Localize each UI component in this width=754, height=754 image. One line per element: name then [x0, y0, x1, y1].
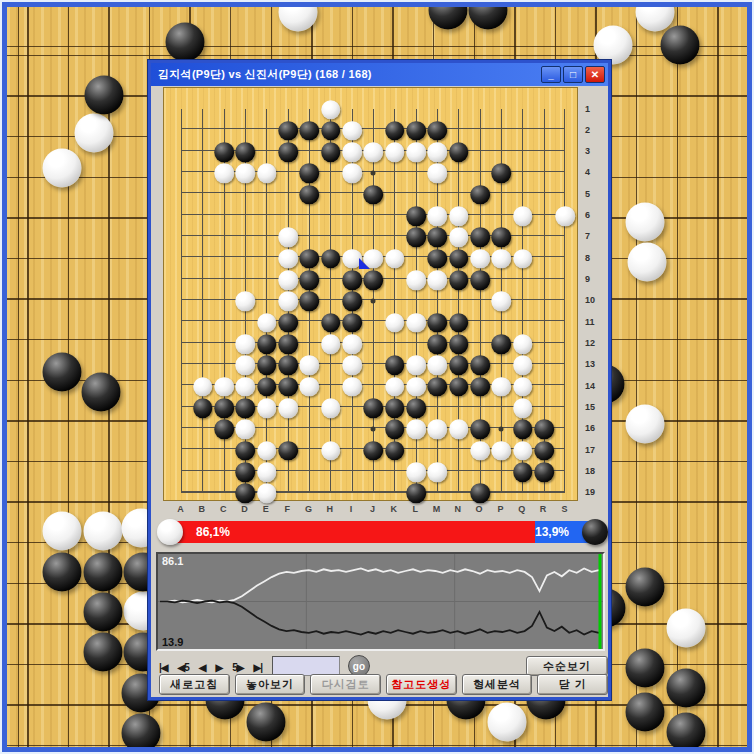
- black-stone-M14: [428, 377, 448, 397]
- white-stone-D13: [236, 356, 256, 376]
- white-stone-F9: [278, 270, 298, 290]
- background-white-stone: [43, 512, 82, 551]
- black-stone-G8: [300, 249, 320, 269]
- black-stone-N12: [449, 334, 469, 354]
- black-stone-G10: [300, 292, 320, 312]
- white-stone-P17: [492, 441, 512, 461]
- black-stone-H11: [321, 313, 341, 333]
- black-stone-L19: [406, 484, 426, 504]
- column-label-H: H: [327, 504, 334, 514]
- background-white-stone: [594, 26, 633, 65]
- white-stone-F15: [278, 398, 298, 418]
- minimize-button[interactable]: _: [541, 66, 561, 83]
- white-stone-K14: [385, 377, 405, 397]
- white-stone-M16: [428, 420, 448, 440]
- background-white-stone: [488, 703, 527, 742]
- black-stone-G9: [300, 270, 320, 290]
- black-stone-O19: [470, 484, 490, 504]
- white-stone-H1: [321, 100, 341, 120]
- nav-button-[interactable]: ▶: [215, 662, 222, 673]
- white-stone-I3: [342, 142, 362, 162]
- white-stone-Q15: [513, 398, 533, 418]
- black-stone-P7: [492, 228, 512, 248]
- black-stone-J17: [364, 441, 384, 461]
- background-white-stone: [43, 149, 82, 188]
- background-black-stone: [661, 26, 700, 65]
- white-stone-N16: [449, 420, 469, 440]
- white-stone-M13: [428, 356, 448, 376]
- row-label-16: 16: [585, 423, 595, 433]
- black-stone-M2: [428, 121, 448, 141]
- white-stone-J3: [364, 142, 384, 162]
- column-label-G: G: [305, 504, 312, 514]
- column-label-O: O: [476, 504, 483, 514]
- row-label-17: 17: [585, 445, 595, 455]
- black-stone-H3: [321, 142, 341, 162]
- black-stone-C15: [214, 398, 234, 418]
- white-stone-P8: [492, 249, 512, 269]
- background-black-stone: [469, 0, 508, 30]
- column-label-N: N: [455, 504, 462, 514]
- star-point: [499, 427, 504, 432]
- white-winrate-line: [160, 568, 599, 602]
- background-black-stone: [626, 693, 665, 732]
- winrate-bar-track: 86,1% 13,9%: [170, 521, 595, 543]
- screen: 김지석(P9단) vs 신진서(P9단) (168 / 168) _ □ ✕ A…: [0, 0, 754, 754]
- background-black-stone: [84, 553, 123, 592]
- black-winrate-line: [160, 601, 599, 635]
- black-stone-G4: [300, 164, 320, 184]
- row-label-8: 8: [585, 253, 590, 263]
- white-stone-P10: [492, 292, 512, 312]
- black-stone-B15: [193, 398, 213, 418]
- column-label-L: L: [412, 504, 418, 514]
- row-label-11: 11: [585, 317, 595, 327]
- row-label-1: 1: [585, 104, 590, 114]
- action-button-row: 새로고침놓아보기다시검토참고도생성형세분석닫 기: [159, 674, 608, 695]
- white-stone-K8: [385, 249, 405, 269]
- white-stone-I2: [342, 121, 362, 141]
- black-stone-K13: [385, 356, 405, 376]
- background-white-stone: [626, 405, 665, 444]
- black-stone-P4: [492, 164, 512, 184]
- white-stone-Q14: [513, 377, 533, 397]
- white-stone-Q12: [513, 334, 533, 354]
- row-label-14: 14: [585, 381, 595, 391]
- black-stone-D17: [236, 441, 256, 461]
- black-stone-E14: [257, 377, 277, 397]
- background-black-stone: [43, 553, 82, 592]
- white-stone-L16: [406, 420, 426, 440]
- row-label-5: 5: [585, 189, 590, 199]
- black-stone-O5: [470, 185, 490, 205]
- winrate-bar: 86,1% 13,9%: [157, 519, 608, 545]
- black-stone-E12: [257, 334, 277, 354]
- black-stone-D18: [236, 462, 256, 482]
- row-label-10: 10: [585, 295, 595, 305]
- nav-glyph-group: |◀◀5◀▶5▶▶|: [159, 657, 272, 675]
- black-stone-J9: [364, 270, 384, 290]
- row-label-7: 7: [585, 231, 590, 241]
- black-stone-O14: [470, 377, 490, 397]
- black-stone-N13: [449, 356, 469, 376]
- black-stone-K15: [385, 398, 405, 418]
- column-label-B: B: [199, 504, 206, 514]
- row-label-18: 18: [585, 466, 595, 476]
- black-stone-P12: [492, 334, 512, 354]
- black-stone-J15: [364, 398, 384, 418]
- white-stone-D14: [236, 377, 256, 397]
- black-stone-F3: [278, 142, 298, 162]
- black-stone-K16: [385, 420, 405, 440]
- nav-button-[interactable]: |◀: [159, 662, 168, 673]
- background-black-stone: [122, 714, 161, 753]
- black-stone-L7: [406, 228, 426, 248]
- row-label-12: 12: [585, 338, 595, 348]
- column-label-K: K: [391, 504, 398, 514]
- background-black-stone: [626, 568, 665, 607]
- white-stone-I12: [342, 334, 362, 354]
- white-stone-H17: [321, 441, 341, 461]
- column-label-C: C: [220, 504, 227, 514]
- background-black-stone: [667, 713, 706, 752]
- black-stone-Q18: [513, 462, 533, 482]
- black-stone-N14: [449, 377, 469, 397]
- white-stone-P14: [492, 377, 512, 397]
- white-stone-I13: [342, 356, 362, 376]
- column-label-M: M: [433, 504, 441, 514]
- black-stone-N8: [449, 249, 469, 269]
- game-review-dialog: 김지석(P9단) vs 신진서(P9단) (168 / 168) _ □ ✕ A…: [148, 60, 611, 700]
- black-stone-O7: [470, 228, 490, 248]
- white-stone-N6: [449, 206, 469, 226]
- star-point: [371, 171, 376, 176]
- column-label-S: S: [561, 504, 567, 514]
- black-stone-R16: [534, 420, 554, 440]
- action-button-5[interactable]: 형세분석: [462, 674, 533, 695]
- black-stone-O16: [470, 420, 490, 440]
- black-stone-F13: [278, 356, 298, 376]
- white-stone-M4: [428, 164, 448, 184]
- nav-button-[interactable]: ◀: [199, 662, 206, 673]
- background-black-stone: [84, 593, 123, 632]
- white-stone-Q6: [513, 206, 533, 226]
- background-white-stone: [279, 0, 318, 32]
- background-black-stone: [626, 649, 665, 688]
- column-label-I: I: [350, 504, 353, 514]
- white-stone-E4: [257, 164, 277, 184]
- black-stone-D19: [236, 484, 256, 504]
- white-stone-E15: [257, 398, 277, 418]
- background-black-stone: [84, 633, 123, 672]
- action-button-4[interactable]: 참고도생성: [386, 674, 457, 695]
- dialog-title: 김지석(P9단) vs 신진서(P9단) (168 / 168): [158, 67, 539, 82]
- column-label-E: E: [263, 504, 269, 514]
- move-list-button[interactable]: 수순보기: [526, 656, 608, 676]
- row-label-3: 3: [585, 146, 590, 156]
- white-stone-H15: [321, 398, 341, 418]
- close-button[interactable]: ✕: [585, 66, 605, 83]
- row-label-2: 2: [585, 125, 590, 135]
- white-stone-Q13: [513, 356, 533, 376]
- background-black-stone: [247, 703, 286, 742]
- action-button-3[interactable]: 다시검토: [310, 674, 381, 695]
- white-winrate-segment: 86,1%: [170, 521, 535, 543]
- background-white-stone: [667, 609, 706, 648]
- white-stone-D16: [236, 420, 256, 440]
- background-black-stone: [667, 669, 706, 708]
- white-stone-L3: [406, 142, 426, 162]
- row-label-9: 9: [585, 274, 590, 284]
- white-stone-E17: [257, 441, 277, 461]
- black-stone-L2: [406, 121, 426, 141]
- white-stone-K3: [385, 142, 405, 162]
- column-label-A: A: [177, 504, 184, 514]
- action-button-1[interactable]: 새로고침: [159, 674, 230, 695]
- winrate-graph: 86.1 13.9: [156, 552, 605, 651]
- black-stone-F11: [278, 313, 298, 333]
- black-stone-C16: [214, 420, 234, 440]
- column-label-P: P: [497, 504, 503, 514]
- graph-white-label: 86.1: [162, 555, 183, 567]
- winrate-graph-plot: [158, 554, 603, 649]
- white-stone-S6: [556, 206, 576, 226]
- black-stone-G5: [300, 185, 320, 205]
- white-stone-F10: [278, 292, 298, 312]
- go-board[interactable]: [163, 87, 578, 501]
- black-stone-O9: [470, 270, 490, 290]
- white-stone-E19: [257, 484, 277, 504]
- background-white-stone: [84, 512, 123, 551]
- black-stone-E13: [257, 356, 277, 376]
- black-stone-D3: [236, 142, 256, 162]
- background-black-stone: [429, 0, 468, 30]
- black-stone-F12: [278, 334, 298, 354]
- white-stone-L14: [406, 377, 426, 397]
- maximize-button[interactable]: □: [563, 66, 583, 83]
- background-black-stone: [43, 353, 82, 392]
- row-label-19: 19: [585, 487, 595, 497]
- last-move-triangle-marker: [359, 258, 370, 269]
- white-stone-D12: [236, 334, 256, 354]
- white-stone-O17: [470, 441, 490, 461]
- white-stone-I14: [342, 377, 362, 397]
- black-stone-L15: [406, 398, 426, 418]
- black-stone-N11: [449, 313, 469, 333]
- white-stone-B14: [193, 377, 213, 397]
- action-button-2[interactable]: 놓아보기: [235, 674, 306, 695]
- move-number-input[interactable]: [272, 656, 340, 676]
- white-stone-H12: [321, 334, 341, 354]
- row-label-4: 4: [585, 167, 590, 177]
- white-stone-D4: [236, 164, 256, 184]
- white-stone-M9: [428, 270, 448, 290]
- white-stone-L13: [406, 356, 426, 376]
- dialog-titlebar[interactable]: 김지석(P9단) vs 신진서(P9단) (168 / 168) _ □ ✕: [151, 63, 608, 86]
- black-stone-J5: [364, 185, 384, 205]
- nav-button-[interactable]: ▶|: [253, 662, 262, 673]
- background-black-stone: [85, 76, 124, 115]
- nav-button-5[interactable]: ◀5: [178, 662, 189, 673]
- column-label-D: D: [241, 504, 248, 514]
- black-stone-R18: [534, 462, 554, 482]
- white-stone-L9: [406, 270, 426, 290]
- white-stone-icon: [157, 519, 183, 545]
- background-white-stone: [628, 243, 667, 282]
- black-stone-N9: [449, 270, 469, 290]
- black-stone-Q16: [513, 420, 533, 440]
- white-stone-Q8: [513, 249, 533, 269]
- background-white-stone: [75, 114, 114, 153]
- star-point: [371, 427, 376, 432]
- black-stone-H8: [321, 249, 341, 269]
- black-stone-D15: [236, 398, 256, 418]
- white-stone-O8: [470, 249, 490, 269]
- black-stone-H2: [321, 121, 341, 141]
- nav-button-5[interactable]: 5▶: [232, 662, 243, 673]
- background-white-stone: [636, 0, 675, 32]
- white-stone-F7: [278, 228, 298, 248]
- black-stone-K17: [385, 441, 405, 461]
- white-stone-F8: [278, 249, 298, 269]
- black-stone-M11: [428, 313, 448, 333]
- white-stone-Q17: [513, 441, 533, 461]
- white-stone-I4: [342, 164, 362, 184]
- white-stone-D10: [236, 292, 256, 312]
- action-button-6[interactable]: 닫 기: [537, 674, 608, 695]
- black-stone-I10: [342, 292, 362, 312]
- column-label-R: R: [540, 504, 547, 514]
- white-stone-C4: [214, 164, 234, 184]
- background-black-stone: [82, 373, 121, 412]
- white-stone-M3: [428, 142, 448, 162]
- black-stone-F14: [278, 377, 298, 397]
- black-stone-I9: [342, 270, 362, 290]
- white-stone-N7: [449, 228, 469, 248]
- white-stone-L11: [406, 313, 426, 333]
- white-stone-K11: [385, 313, 405, 333]
- background-white-stone: [626, 203, 665, 242]
- black-stone-O13: [470, 356, 490, 376]
- black-stone-I11: [342, 313, 362, 333]
- star-point: [371, 299, 376, 304]
- white-stone-M6: [428, 206, 448, 226]
- black-stone-G2: [300, 121, 320, 141]
- column-label-Q: Q: [518, 504, 525, 514]
- white-stone-G13: [300, 356, 320, 376]
- row-label-13: 13: [585, 359, 595, 369]
- white-stone-L18: [406, 462, 426, 482]
- column-label-J: J: [370, 504, 375, 514]
- black-stone-M7: [428, 228, 448, 248]
- black-stone-icon: [582, 519, 608, 545]
- white-stone-E11: [257, 313, 277, 333]
- white-stone-C14: [214, 377, 234, 397]
- black-stone-M12: [428, 334, 448, 354]
- white-stone-G14: [300, 377, 320, 397]
- row-label-6: 6: [585, 210, 590, 220]
- board-panel: ABCDEFGHIJKLMNOPQRS 12345678910111213141…: [163, 87, 603, 518]
- black-stone-N3: [449, 142, 469, 162]
- black-stone-M8: [428, 249, 448, 269]
- column-label-F: F: [284, 504, 290, 514]
- white-stone-E18: [257, 462, 277, 482]
- black-stone-F2: [278, 121, 298, 141]
- white-stone-M18: [428, 462, 448, 482]
- black-stone-R17: [534, 441, 554, 461]
- graph-black-label: 13.9: [162, 636, 183, 648]
- row-label-15: 15: [585, 402, 595, 412]
- black-stone-C3: [214, 142, 234, 162]
- background-black-stone: [166, 23, 205, 62]
- black-stone-F17: [278, 441, 298, 461]
- black-stone-K2: [385, 121, 405, 141]
- black-stone-L6: [406, 206, 426, 226]
